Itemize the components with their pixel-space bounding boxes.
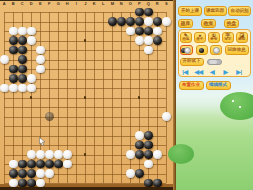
black-stone[interactable] [18,55,27,64]
white-stone[interactable] [144,36,153,45]
black-stone[interactable] [153,179,162,188]
tool-label: 写字 [224,38,231,42]
step-back-icon[interactable]: ◀ [206,68,218,76]
bush-decoration [220,92,253,120]
toggle-knob [209,60,217,64]
black-stone[interactable] [9,74,18,83]
white-stone[interactable] [126,150,135,159]
white-stone[interactable] [63,150,72,159]
eraser-tool-button[interactable]: ◪ 擦除 [236,32,249,43]
white-stone[interactable] [9,179,18,188]
flower-dot [239,106,241,108]
pen-tool-button[interactable]: ✎ 画笔 [180,32,193,43]
grid-line [121,12,122,183]
coordinate-label: M [108,1,117,6]
black-stone[interactable] [117,17,126,26]
white-stone[interactable] [126,27,135,36]
white-stone[interactable] [9,84,18,93]
white-stone[interactable] [18,27,27,36]
white-stone[interactable] [54,150,63,159]
class-exercise-button[interactable]: 课堂巩固 [204,6,227,16]
tool-label: 标号 [210,38,217,42]
white-stone-icon [213,47,220,54]
black-stone[interactable] [18,74,27,83]
coordinate-label: N [117,1,126,6]
black-stone[interactable] [18,36,27,45]
coordinate-label: S [162,1,171,6]
white-stone[interactable] [144,17,153,26]
white-stone[interactable] [36,55,45,64]
coordinate-label: K [90,1,99,6]
black-stone[interactable] [144,150,153,159]
white-stone[interactable] [36,150,45,159]
white-stone[interactable] [153,27,162,36]
coordinate-label: F [45,1,54,6]
black-stone[interactable] [144,179,153,188]
coordinate-label: D [27,1,36,6]
coordinate-label: Q [144,1,153,6]
text-tool-button[interactable]: 字 写字 [222,32,235,43]
coordinate-label: C [18,1,27,6]
coordinate-label: I [72,1,81,6]
black-stone[interactable] [9,46,18,55]
black-stone[interactable] [9,169,18,178]
white-stone[interactable] [153,150,162,159]
black-stone[interactable] [135,150,144,159]
side-panel: 开始上课 课堂巩固 自动识别 题库 教案 换盘 ✎ 画笔 ● 摆子 ① 标号 字… [176,0,253,190]
black-stone[interactable] [135,17,144,26]
coordinate-label: H [63,1,72,6]
step-forward-icon[interactable]: ▶ [220,68,232,76]
tool-label: 摆子 [196,38,203,42]
black-stone[interactable] [54,160,63,169]
assign-homework-button[interactable]: 布置作业 [179,81,204,91]
trial-play-button[interactable]: 开始试下 [180,58,204,66]
white-stone[interactable] [36,169,45,178]
mouse-cursor-icon [39,137,46,146]
black-stone-icon [199,48,204,53]
black-stone[interactable] [45,160,54,169]
black-stone[interactable] [144,131,153,140]
coordinate-label: P [135,1,144,6]
black-stone[interactable] [126,17,135,26]
number-tool-button[interactable]: ① 标号 [208,32,221,43]
auto-recognize-button[interactable]: 自动识别 [228,6,251,16]
grid-line [4,117,166,118]
white-stone[interactable] [126,169,135,178]
black-stone[interactable] [18,46,27,55]
black-stone[interactable] [27,160,36,169]
board-bottom-shadow [0,187,173,190]
grid-line [94,12,95,183]
white-stone[interactable] [27,36,36,45]
black-stone-mode-button[interactable] [196,45,208,55]
white-stone[interactable] [27,27,36,36]
problem-library-button[interactable]: 题库 [178,19,193,28]
coordinate-label: E [36,1,45,6]
grid-line [112,12,113,183]
white-stone[interactable] [0,55,9,64]
coordinate-label: O [126,1,135,6]
white-stone[interactable] [18,84,27,93]
black-stone[interactable] [135,141,144,150]
grid-line [166,12,167,183]
black-stone[interactable] [144,8,153,17]
alternate-stone-mode-button[interactable] [180,45,194,55]
black-stone[interactable] [18,169,27,178]
black-stone[interactable] [27,169,36,178]
black-stone[interactable] [144,27,153,36]
white-stone[interactable] [45,150,54,159]
black-stone[interactable] [153,36,162,45]
coordinate-label: G [54,1,63,6]
coordinate-label: A [0,1,9,6]
app-window: ABCDEFGHIJKLMNOPQRS 开始上课 课堂巩固 自动识别 题库 教案… [0,0,253,190]
start-class-button[interactable]: 开始上课 [178,6,202,16]
white-stone[interactable] [162,17,171,26]
black-stone[interactable] [135,8,144,17]
black-stone[interactable] [153,17,162,26]
black-stone[interactable] [108,17,117,26]
white-stone-icon [184,47,191,54]
white-stone[interactable] [9,160,18,169]
ghost-black-stone [45,112,54,121]
place-stone-tool-button[interactable]: ● 摆子 [194,32,207,43]
white-stone[interactable] [36,65,45,74]
black-stone[interactable] [18,160,27,169]
grid-line [4,107,166,108]
black-stone[interactable] [36,160,45,169]
white-stone[interactable] [45,169,54,178]
skip-to-end-icon[interactable]: ▶| [233,68,245,76]
black-stone[interactable] [135,27,144,36]
white-stone[interactable] [27,150,36,159]
white-stone[interactable] [27,84,36,93]
black-stone[interactable] [144,141,153,150]
trial-toggle-switch[interactable] [207,59,222,66]
white-stone[interactable] [135,36,144,45]
tool-label: 擦除 [238,38,245,42]
edit-mode-button[interactable]: 编辑模式 [206,81,231,91]
white-stone[interactable] [36,46,45,55]
black-stone[interactable] [135,169,144,178]
flower-dot [232,100,234,102]
coordinate-label: B [9,1,18,6]
grid-line [4,126,166,127]
white-stone[interactable] [135,131,144,140]
lesson-plan-button[interactable]: 教案 [201,19,216,28]
replay-info-button[interactable]: 回放信息 [225,45,249,55]
white-stone[interactable] [9,27,18,36]
white-stone[interactable] [63,160,72,169]
white-stone[interactable] [144,46,153,55]
white-stone[interactable] [144,160,153,169]
white-stone[interactable] [0,84,9,93]
white-stone[interactable] [27,74,36,83]
white-stone[interactable] [162,112,171,121]
black-stone[interactable] [9,65,18,74]
bush-decoration [168,144,194,164]
coordinate-label: R [153,1,162,6]
grid-line [103,12,104,183]
change-board-button[interactable]: 换盘 [224,19,239,28]
white-stone-mode-button[interactable] [210,45,222,55]
coordinate-label: J [81,1,90,6]
black-stone[interactable] [27,179,36,188]
rewind-icon[interactable]: ◀◀ [193,68,205,76]
black-stone[interactable] [9,36,18,45]
black-stone[interactable] [18,179,27,188]
black-stone[interactable] [18,65,27,74]
tool-label: 画笔 [182,38,189,42]
skip-to-start-icon[interactable]: |◀ [179,68,191,76]
go-board[interactable]: ABCDEFGHIJKLMNOPQRS [0,0,176,190]
coordinate-label: L [99,1,108,6]
white-stone[interactable] [36,179,45,188]
